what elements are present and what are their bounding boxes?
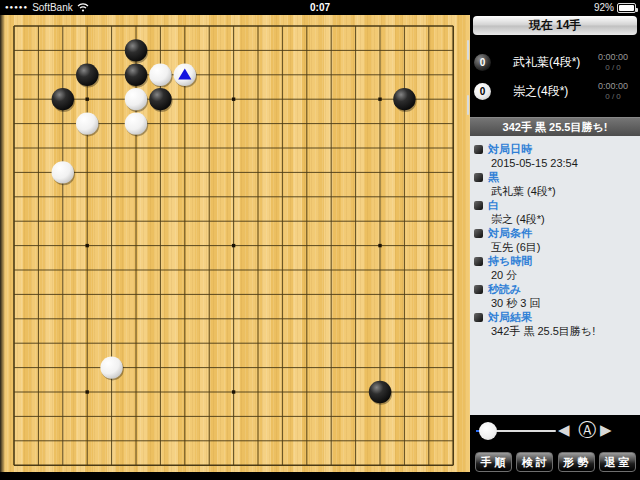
info-label: 秒読み bbox=[488, 282, 521, 297]
info-value: 武礼葉 (4段*) bbox=[474, 184, 640, 198]
info-bullet-icon bbox=[474, 145, 483, 154]
info-value: 30 秒 3 回 bbox=[474, 296, 640, 310]
taishitsu-button[interactable]: 退室 bbox=[599, 452, 636, 472]
side-panel: 現在 14手 0 武礼葉(4段*) 0:00:00 0 / 0 0 崇之(4段*… bbox=[470, 15, 640, 480]
info-item-1: 黒武礼葉 (4段*) bbox=[470, 170, 640, 198]
star-point bbox=[86, 244, 89, 247]
go-board-grid[interactable] bbox=[0, 15, 470, 480]
board-left-shadow bbox=[0, 15, 5, 480]
kentou-button[interactable]: 検討 bbox=[516, 452, 553, 472]
player-white-row: 0 崇之(4段*) 0:00:00 0 / 0 bbox=[474, 82, 636, 100]
info-label: 対局結果 bbox=[488, 310, 532, 325]
star-point bbox=[378, 244, 381, 247]
scroll-indicator bbox=[467, 95, 469, 115]
info-bullet-icon bbox=[474, 257, 483, 266]
stone-black-fb bbox=[125, 39, 148, 63]
white-player-name: 崇之(4段*) bbox=[513, 83, 568, 100]
stone-black-gd bbox=[149, 88, 172, 112]
info-label: 持ち時間 bbox=[488, 254, 532, 269]
playback-controls: ◀ Ⓐ ▶ 手順検討形勢退室 bbox=[470, 415, 640, 480]
stone-black-dc bbox=[76, 64, 99, 88]
board-bottom-edge bbox=[0, 472, 470, 480]
info-item-6: 対局結果342手 黒 25.5目勝ち! bbox=[470, 310, 640, 338]
go-board[interactable] bbox=[0, 15, 470, 480]
black-player-name: 武礼葉(4段*) bbox=[513, 54, 580, 71]
battery-percent: 92% bbox=[594, 2, 614, 13]
keisei-button[interactable]: 形勢 bbox=[558, 452, 595, 472]
info-label: 黒 bbox=[488, 170, 499, 185]
star-point bbox=[86, 98, 89, 101]
status-right: 92% bbox=[594, 0, 636, 15]
info-value: 崇之 (4段*) bbox=[474, 212, 640, 226]
star-point bbox=[86, 390, 89, 393]
prev-move-button[interactable]: ◀ bbox=[558, 420, 570, 440]
black-captures-stone-icon: 0 bbox=[474, 54, 491, 71]
info-value: 342手 黒 25.5目勝ち! bbox=[474, 324, 640, 338]
info-bullet-icon bbox=[474, 201, 483, 210]
black-time-block: 0:00:00 0 / 0 bbox=[590, 52, 636, 72]
battery-icon bbox=[617, 3, 636, 13]
stone-white-fe bbox=[125, 112, 148, 136]
stone-white-eo bbox=[100, 356, 123, 380]
info-bullet-icon bbox=[474, 313, 483, 322]
tejun-button[interactable]: 手順 bbox=[475, 452, 512, 472]
auto-play-button[interactable]: Ⓐ bbox=[578, 420, 596, 440]
action-button-row: 手順検討形勢退室 bbox=[475, 452, 636, 472]
info-item-4: 持ち時間20 分 bbox=[470, 254, 640, 282]
stone-white-de bbox=[76, 112, 99, 136]
info-value: 20 分 bbox=[474, 268, 640, 282]
stone-black-qd bbox=[393, 88, 416, 112]
white-time-block: 0:00:00 0 / 0 bbox=[590, 81, 636, 101]
star-point bbox=[232, 390, 235, 393]
info-item-2: 白崇之 (4段*) bbox=[470, 198, 640, 226]
info-label: 対局日時 bbox=[488, 142, 532, 157]
white-periods: 0 / 0 bbox=[590, 92, 636, 101]
scroll-indicator bbox=[467, 40, 469, 60]
stone-white-cg bbox=[52, 161, 75, 185]
status-bar: ●●●●● SoftBank 0:07 92% bbox=[0, 0, 640, 15]
info-bullet-icon bbox=[474, 173, 483, 182]
stone-black-cd bbox=[52, 88, 75, 112]
info-value: 互先 (6目) bbox=[474, 240, 640, 254]
star-point bbox=[378, 98, 381, 101]
stone-black-fc bbox=[125, 64, 148, 88]
next-move-button[interactable]: ▶ bbox=[600, 420, 612, 440]
star-point bbox=[232, 98, 235, 101]
game-info-list: 対局日時2015-05-15 23:54黒武礼葉 (4段*)白崇之 (4段*)対… bbox=[470, 136, 640, 415]
info-label: 対局条件 bbox=[488, 226, 532, 241]
info-item-3: 対局条件互先 (6目) bbox=[470, 226, 640, 254]
white-time: 0:00:00 bbox=[590, 81, 636, 91]
info-bullet-icon bbox=[474, 229, 483, 238]
clock: 0:07 bbox=[0, 0, 640, 15]
app-screen: ●●●●● SoftBank 0:07 92% bbox=[0, 0, 640, 480]
stone-white-gc bbox=[149, 64, 172, 88]
info-bullet-icon bbox=[474, 285, 483, 294]
black-periods: 0 / 0 bbox=[590, 63, 636, 72]
stone-white-fd bbox=[125, 88, 148, 112]
stones-layer bbox=[52, 39, 417, 405]
white-captures-stone-icon: 0 bbox=[474, 83, 491, 100]
result-banner: 342手 黒 25.5目勝ち! bbox=[470, 117, 640, 136]
info-item-5: 秒読み30 秒 3 回 bbox=[470, 282, 640, 310]
black-time: 0:00:00 bbox=[590, 52, 636, 62]
slider-knob[interactable] bbox=[479, 422, 497, 440]
player-black-row: 0 武礼葉(4段*) 0:00:00 0 / 0 bbox=[474, 53, 636, 71]
move-counter-header: 現在 14手 bbox=[473, 16, 637, 35]
info-label: 白 bbox=[488, 198, 499, 213]
stone-black-pp bbox=[369, 381, 392, 405]
info-value: 2015-05-15 23:54 bbox=[474, 156, 640, 170]
star-point bbox=[232, 244, 235, 247]
info-item-0: 対局日時2015-05-15 23:54 bbox=[470, 142, 640, 170]
